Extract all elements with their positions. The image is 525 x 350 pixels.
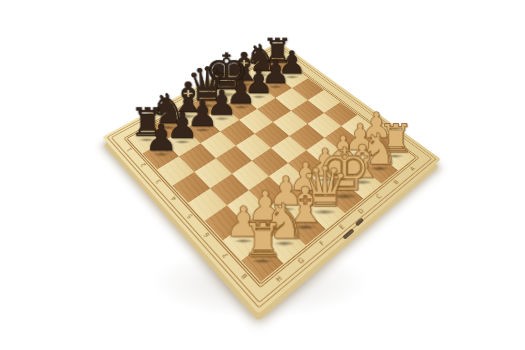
black-pawn-piece[interactable]: ♟	[144, 120, 177, 157]
chessboard-photo-scene: 12345678 HGFEDCBA ♜♞♝♛♚♝♞♜♟♟♟♟♟♟♟♟♟♟♟♟♟♟…	[0, 0, 525, 350]
white-rook-piece[interactable]: ♜	[242, 218, 284, 264]
